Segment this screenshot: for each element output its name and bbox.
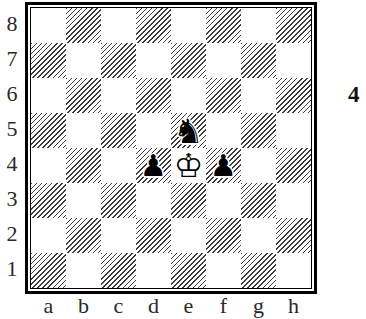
square-d6 <box>136 78 171 113</box>
square-c3 <box>101 183 136 218</box>
square-h1 <box>276 253 311 288</box>
square-d3 <box>136 183 171 218</box>
square-d2 <box>136 218 171 253</box>
square-e4: ♔ <box>171 148 206 183</box>
square-c5 <box>101 113 136 148</box>
file-label-d: d <box>136 293 171 319</box>
square-b8 <box>66 8 101 43</box>
square-e8 <box>171 8 206 43</box>
square-a6 <box>31 78 66 113</box>
square-a5 <box>31 113 66 148</box>
chess-board: ♞♟♔♟ <box>31 8 311 288</box>
square-c6 <box>101 78 136 113</box>
white-king-icon: ♔ <box>174 149 204 182</box>
square-d7 <box>136 43 171 78</box>
file-label-h: h <box>276 293 311 319</box>
square-h3 <box>276 183 311 218</box>
square-h4 <box>276 148 311 183</box>
square-a1 <box>31 253 66 288</box>
file-label-a: a <box>31 293 66 319</box>
rank-label-8: 8 <box>0 6 24 41</box>
square-d5 <box>136 113 171 148</box>
square-g8 <box>241 8 276 43</box>
square-b6 <box>66 78 101 113</box>
square-e1 <box>171 253 206 288</box>
square-a4 <box>31 148 66 183</box>
square-b2 <box>66 218 101 253</box>
square-b7 <box>66 43 101 78</box>
square-g6 <box>241 78 276 113</box>
square-e7 <box>171 43 206 78</box>
square-e3 <box>171 183 206 218</box>
file-labels: abcdefgh <box>31 293 311 319</box>
square-h8 <box>276 8 311 43</box>
square-c2 <box>101 218 136 253</box>
square-g2 <box>241 218 276 253</box>
square-c4 <box>101 148 136 183</box>
square-g1 <box>241 253 276 288</box>
rank-label-6: 6 <box>0 76 24 111</box>
file-label-f: f <box>206 293 241 319</box>
file-label-b: b <box>66 293 101 319</box>
square-a2 <box>31 218 66 253</box>
square-f6 <box>206 78 241 113</box>
square-f4: ♟ <box>206 148 241 183</box>
board-inner-frame: ♞♟♔♟ <box>30 7 312 289</box>
square-d1 <box>136 253 171 288</box>
square-h5 <box>276 113 311 148</box>
square-g5 <box>241 113 276 148</box>
square-c8 <box>101 8 136 43</box>
square-b1 <box>66 253 101 288</box>
rank-label-2: 2 <box>0 216 24 251</box>
square-g3 <box>241 183 276 218</box>
square-d4: ♟ <box>136 148 171 183</box>
black-knight-icon: ♞ <box>173 114 203 148</box>
square-g7 <box>241 43 276 78</box>
file-label-g: g <box>241 293 276 319</box>
square-f5 <box>206 113 241 148</box>
square-f7 <box>206 43 241 78</box>
square-d8 <box>136 8 171 43</box>
square-f3 <box>206 183 241 218</box>
square-g4 <box>241 148 276 183</box>
square-a3 <box>31 183 66 218</box>
black-pawn-icon: ♟ <box>210 151 237 181</box>
square-c7 <box>101 43 136 78</box>
rank-label-1: 1 <box>0 251 24 286</box>
board-frame: ♞♟♔♟ <box>25 2 317 294</box>
square-e5: ♞ <box>171 113 206 148</box>
rank-label-3: 3 <box>0 181 24 216</box>
puzzle-number: 4 <box>348 82 360 108</box>
rank-labels: 87654321 <box>0 6 24 286</box>
square-f8 <box>206 8 241 43</box>
square-f2 <box>206 218 241 253</box>
rank-label-5: 5 <box>0 111 24 146</box>
square-b3 <box>66 183 101 218</box>
square-a8 <box>31 8 66 43</box>
square-f1 <box>206 253 241 288</box>
black-pawn-icon: ♟ <box>140 151 167 181</box>
square-e6 <box>171 78 206 113</box>
file-label-e: e <box>171 293 206 319</box>
file-label-c: c <box>101 293 136 319</box>
square-b5 <box>66 113 101 148</box>
chess-puzzle-diagram: 87654321 ♞♟♔♟ abcdefgh 4 <box>0 0 366 319</box>
square-c1 <box>101 253 136 288</box>
square-e2 <box>171 218 206 253</box>
rank-label-4: 4 <box>0 146 24 181</box>
square-h2 <box>276 218 311 253</box>
rank-label-7: 7 <box>0 41 24 76</box>
square-a7 <box>31 43 66 78</box>
square-b4 <box>66 148 101 183</box>
square-h6 <box>276 78 311 113</box>
square-h7 <box>276 43 311 78</box>
